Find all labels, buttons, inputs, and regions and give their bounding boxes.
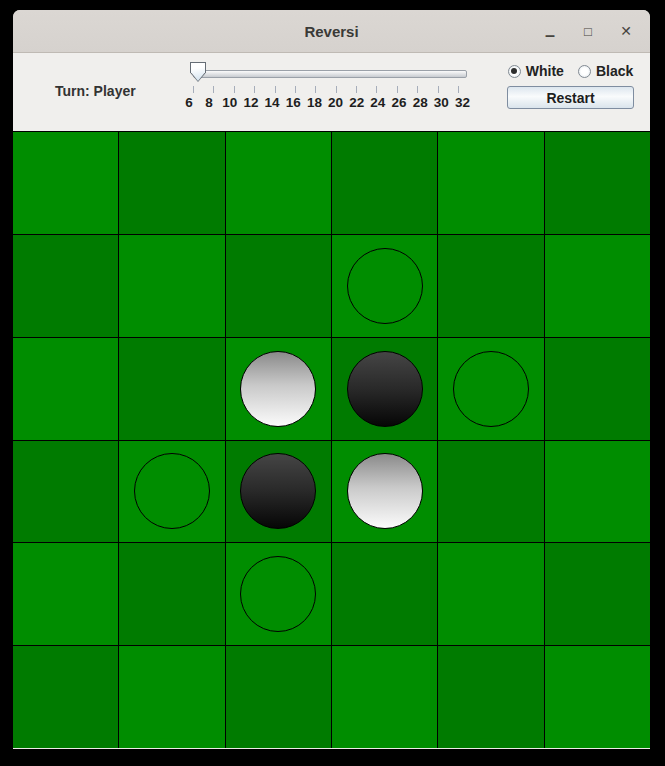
cell-c6[interactable] xyxy=(226,646,331,748)
slider-thumb[interactable] xyxy=(190,62,206,82)
cell-b5[interactable] xyxy=(119,543,224,645)
cell-b4[interactable] xyxy=(119,441,224,543)
cell-d1[interactable] xyxy=(332,132,437,234)
slider-tick-label: 18 xyxy=(307,95,322,110)
cell-c2[interactable] xyxy=(226,235,331,337)
cell-c3[interactable] xyxy=(226,338,331,440)
reversi-window: Reversi – □ ✕ Turn: Player 6810121416182… xyxy=(13,10,650,749)
cell-e5[interactable] xyxy=(438,543,543,645)
board xyxy=(13,131,650,749)
black-disc xyxy=(240,453,316,529)
turn-label: Turn: Player xyxy=(55,83,136,99)
window-title: Reversi xyxy=(304,23,358,40)
legal-move-marker[interactable] xyxy=(453,351,529,427)
restart-button[interactable]: Restart xyxy=(507,86,634,109)
minimize-icon[interactable]: – xyxy=(538,15,562,47)
legal-move-marker[interactable] xyxy=(134,453,210,529)
slider-tick-marks xyxy=(193,86,459,93)
slider-tick-label: 30 xyxy=(434,95,449,110)
radio-black-label: Black xyxy=(596,63,633,79)
slider-tick-labels: 68101214161820222426283032 xyxy=(182,95,470,110)
depth-slider[interactable]: 68101214161820222426283032 xyxy=(190,61,480,123)
cell-b2[interactable] xyxy=(119,235,224,337)
cell-d5[interactable] xyxy=(332,543,437,645)
cell-b3[interactable] xyxy=(119,338,224,440)
cell-d4[interactable] xyxy=(332,441,437,543)
cell-b6[interactable] xyxy=(119,646,224,748)
cell-a1[interactable] xyxy=(13,132,118,234)
cell-f2[interactable] xyxy=(545,235,650,337)
slider-tick-label: 26 xyxy=(392,95,407,110)
slider-tick-label: 16 xyxy=(286,95,301,110)
slider-tick-label: 8 xyxy=(202,95,216,110)
radio-white[interactable]: White xyxy=(508,63,564,79)
radio-white-circle[interactable] xyxy=(508,65,521,78)
slider-tick-label: 12 xyxy=(243,95,258,110)
legal-move-marker[interactable] xyxy=(347,248,423,324)
side-controls: White Black Restart xyxy=(507,63,634,109)
cell-f6[interactable] xyxy=(545,646,650,748)
cell-e4[interactable] xyxy=(438,441,543,543)
cell-c4[interactable] xyxy=(226,441,331,543)
cell-f5[interactable] xyxy=(545,543,650,645)
radio-white-label: White xyxy=(526,63,564,79)
window-buttons: – □ ✕ xyxy=(538,10,638,52)
titlebar[interactable]: Reversi – □ ✕ xyxy=(13,10,650,53)
cell-c5[interactable] xyxy=(226,543,331,645)
cell-e3[interactable] xyxy=(438,338,543,440)
radio-black-circle[interactable] xyxy=(578,65,591,78)
slider-tick-label: 10 xyxy=(222,95,237,110)
color-radio-group: White Black xyxy=(507,63,634,79)
cell-c1[interactable] xyxy=(226,132,331,234)
cell-a6[interactable] xyxy=(13,646,118,748)
close-icon[interactable]: ✕ xyxy=(614,19,638,43)
cell-a4[interactable] xyxy=(13,441,118,543)
slider-track[interactable] xyxy=(193,70,467,78)
slider-tick-label: 24 xyxy=(370,95,385,110)
slider-tick-label: 20 xyxy=(328,95,343,110)
white-disc xyxy=(347,453,423,529)
cell-a2[interactable] xyxy=(13,235,118,337)
cell-e6[interactable] xyxy=(438,646,543,748)
cell-f4[interactable] xyxy=(545,441,650,543)
cell-d3[interactable] xyxy=(332,338,437,440)
cell-a5[interactable] xyxy=(13,543,118,645)
slider-tick-label: 22 xyxy=(349,95,364,110)
cell-e2[interactable] xyxy=(438,235,543,337)
maximize-icon[interactable]: □ xyxy=(576,19,600,43)
control-panel: Turn: Player 68101214161820222426283032 … xyxy=(13,53,650,131)
slider-tick-label: 32 xyxy=(455,95,470,110)
slider-tick-label: 14 xyxy=(265,95,280,110)
cell-d6[interactable] xyxy=(332,646,437,748)
slider-tick-label: 28 xyxy=(413,95,428,110)
white-disc xyxy=(240,351,316,427)
slider-tick-label: 6 xyxy=(182,95,196,110)
cell-f3[interactable] xyxy=(545,338,650,440)
black-disc xyxy=(347,351,423,427)
legal-move-marker[interactable] xyxy=(240,556,316,632)
cell-a3[interactable] xyxy=(13,338,118,440)
radio-black[interactable]: Black xyxy=(578,63,633,79)
cell-e1[interactable] xyxy=(438,132,543,234)
cell-d2[interactable] xyxy=(332,235,437,337)
cell-b1[interactable] xyxy=(119,132,224,234)
cell-f1[interactable] xyxy=(545,132,650,234)
